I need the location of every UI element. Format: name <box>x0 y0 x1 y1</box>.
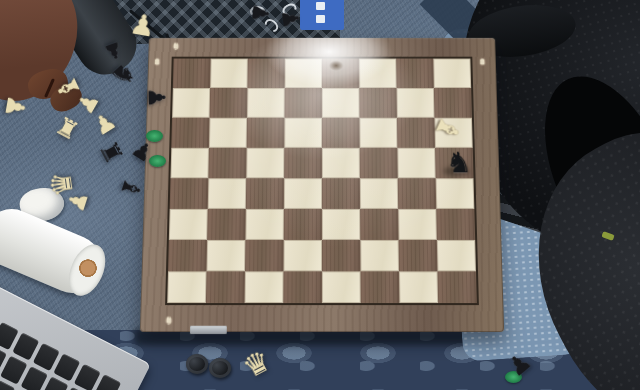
off-board-piece: ♟ <box>144 87 168 108</box>
black-knight: ♞ <box>446 149 473 177</box>
stage: abcdefgh abcdefgh 87654321 87654321 ♞♝ ♟… <box>0 0 640 390</box>
blue-object-mark <box>316 2 325 10</box>
chess-board: abcdefgh abcdefgh 87654321 87654321 ♞♝ <box>140 38 504 332</box>
blue-object-mark <box>316 15 325 23</box>
lying-piece-base <box>186 354 208 374</box>
off-board-piece: ♟ <box>128 10 158 42</box>
pieces-layer: ♞♝ <box>140 38 504 332</box>
laptop-key <box>21 366 48 390</box>
off-board-piece: ♟ <box>278 8 303 31</box>
laptop-key <box>74 364 101 390</box>
lying-piece-base <box>209 358 231 378</box>
white-bishop-fallen: ♝ <box>429 111 466 146</box>
blue-object <box>300 0 344 30</box>
off-board-piece: ♟ <box>1 93 30 119</box>
felt-base <box>149 155 166 167</box>
off-board-piece: ♟ <box>248 2 272 24</box>
